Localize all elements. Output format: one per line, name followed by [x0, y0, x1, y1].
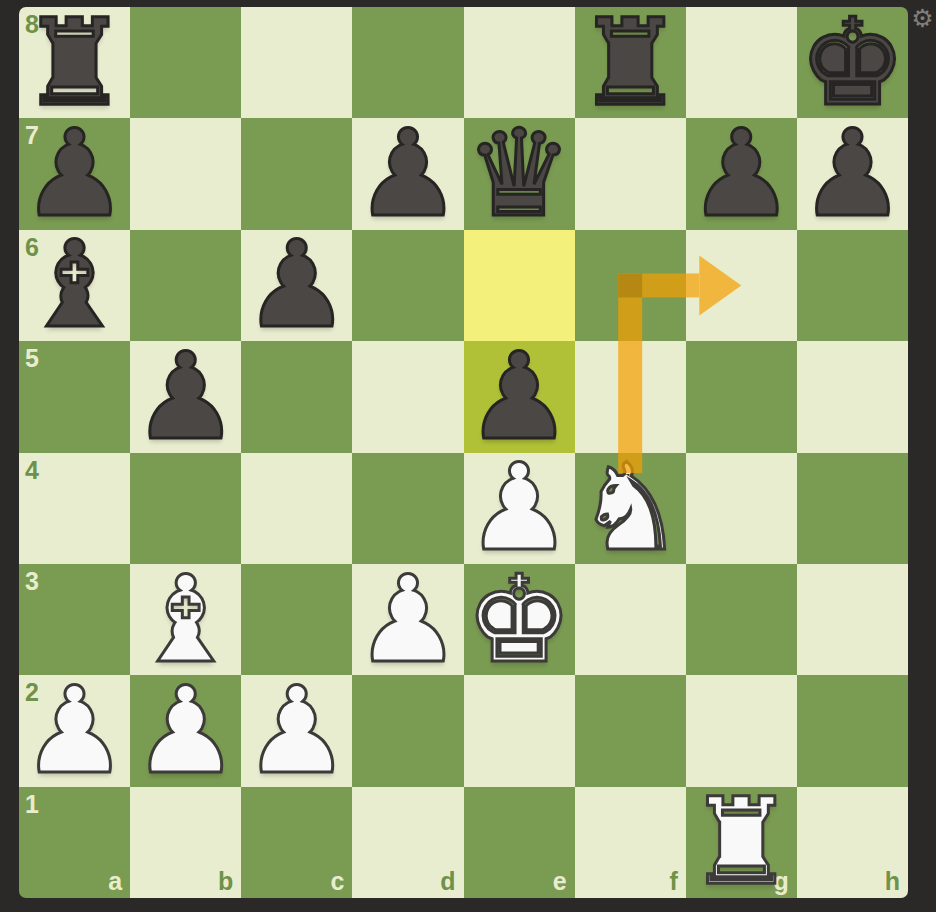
square-g1[interactable]: g♜ — [686, 787, 797, 898]
black-rook[interactable]: ♜ — [19, 7, 130, 118]
square-g4[interactable] — [686, 453, 797, 564]
file-label-h: h — [885, 867, 900, 896]
square-g7[interactable]: ♟ — [686, 118, 797, 229]
rank-label-6: 6 — [25, 233, 39, 262]
file-label-d: d — [440, 867, 455, 896]
square-f5[interactable] — [575, 341, 686, 452]
black-pawn[interactable]: ♟ — [797, 118, 908, 229]
rank-label-4: 4 — [25, 456, 39, 485]
square-f8[interactable]: ♜ — [575, 7, 686, 118]
square-h6[interactable] — [797, 230, 908, 341]
square-h8[interactable]: ♚ — [797, 7, 908, 118]
square-h5[interactable] — [797, 341, 908, 452]
square-c8[interactable] — [241, 7, 352, 118]
square-a5[interactable]: 5 — [19, 341, 130, 452]
white-king[interactable]: ♚ — [464, 564, 575, 675]
file-label-g: g — [774, 867, 789, 896]
chess-board[interactable]: 8♜♜♚7♟♟♛♟♟6♝♟5♟♟4♟♞3♝♟♚2♟♟♟1abcdefg♜h — [19, 7, 908, 898]
square-b1[interactable]: b — [130, 787, 241, 898]
square-e7[interactable]: ♛ — [464, 118, 575, 229]
square-e2[interactable] — [464, 675, 575, 786]
square-d8[interactable] — [352, 7, 463, 118]
black-pawn[interactable]: ♟ — [19, 118, 130, 229]
square-e1[interactable]: e — [464, 787, 575, 898]
square-d5[interactable] — [352, 341, 463, 452]
black-rook[interactable]: ♜ — [575, 7, 686, 118]
square-b2[interactable]: ♟ — [130, 675, 241, 786]
square-c1[interactable]: c — [241, 787, 352, 898]
square-a2[interactable]: 2♟ — [19, 675, 130, 786]
square-a6[interactable]: 6♝ — [19, 230, 130, 341]
white-pawn[interactable]: ♟ — [241, 675, 352, 786]
square-f3[interactable] — [575, 564, 686, 675]
square-f4[interactable]: ♞ — [575, 453, 686, 564]
square-c5[interactable] — [241, 341, 352, 452]
white-rook[interactable]: ♜ — [686, 787, 797, 898]
square-f1[interactable]: f — [575, 787, 686, 898]
square-e6[interactable] — [464, 230, 575, 341]
black-pawn[interactable]: ♟ — [130, 341, 241, 452]
square-h3[interactable] — [797, 564, 908, 675]
square-d3[interactable]: ♟ — [352, 564, 463, 675]
black-queen[interactable]: ♛ — [464, 118, 575, 229]
square-b6[interactable] — [130, 230, 241, 341]
square-b3[interactable]: ♝ — [130, 564, 241, 675]
square-f2[interactable] — [575, 675, 686, 786]
square-b5[interactable]: ♟ — [130, 341, 241, 452]
file-label-f: f — [669, 867, 677, 896]
white-pawn[interactable]: ♟ — [19, 675, 130, 786]
white-pawn[interactable]: ♟ — [352, 564, 463, 675]
square-b8[interactable] — [130, 7, 241, 118]
square-c2[interactable]: ♟ — [241, 675, 352, 786]
square-d2[interactable] — [352, 675, 463, 786]
square-h2[interactable] — [797, 675, 908, 786]
square-d1[interactable]: d — [352, 787, 463, 898]
square-c4[interactable] — [241, 453, 352, 564]
rank-label-5: 5 — [25, 344, 39, 373]
white-pawn[interactable]: ♟ — [464, 453, 575, 564]
square-g5[interactable] — [686, 341, 797, 452]
square-b7[interactable] — [130, 118, 241, 229]
black-pawn[interactable]: ♟ — [464, 341, 575, 452]
square-a7[interactable]: 7♟ — [19, 118, 130, 229]
square-e4[interactable]: ♟ — [464, 453, 575, 564]
square-h7[interactable]: ♟ — [797, 118, 908, 229]
square-e5[interactable]: ♟ — [464, 341, 575, 452]
black-king[interactable]: ♚ — [797, 7, 908, 118]
square-g6[interactable] — [686, 230, 797, 341]
file-label-e: e — [553, 867, 567, 896]
square-g3[interactable] — [686, 564, 797, 675]
square-f6[interactable] — [575, 230, 686, 341]
black-pawn[interactable]: ♟ — [241, 230, 352, 341]
black-bishop[interactable]: ♝ — [19, 230, 130, 341]
square-c6[interactable]: ♟ — [241, 230, 352, 341]
file-label-a: a — [108, 867, 122, 896]
rank-label-1: 1 — [25, 790, 39, 819]
square-g2[interactable] — [686, 675, 797, 786]
rank-label-7: 7 — [25, 121, 39, 150]
settings-gear-icon[interactable]: ⚙ — [909, 5, 936, 32]
square-g8[interactable] — [686, 7, 797, 118]
square-c7[interactable] — [241, 118, 352, 229]
square-h1[interactable]: h — [797, 787, 908, 898]
square-a3[interactable]: 3 — [19, 564, 130, 675]
square-b4[interactable] — [130, 453, 241, 564]
white-pawn[interactable]: ♟ — [130, 675, 241, 786]
square-c3[interactable] — [241, 564, 352, 675]
square-e8[interactable] — [464, 7, 575, 118]
black-pawn[interactable]: ♟ — [686, 118, 797, 229]
file-label-c: c — [330, 867, 344, 896]
white-bishop[interactable]: ♝ — [130, 564, 241, 675]
square-d7[interactable]: ♟ — [352, 118, 463, 229]
white-knight[interactable]: ♞ — [575, 453, 686, 564]
square-a8[interactable]: 8♜ — [19, 7, 130, 118]
square-a4[interactable]: 4 — [19, 453, 130, 564]
square-d6[interactable] — [352, 230, 463, 341]
page-background: 8♜♜♚7♟♟♛♟♟6♝♟5♟♟4♟♞3♝♟♚2♟♟♟1abcdefg♜h ⚙ — [0, 0, 936, 912]
file-label-b: b — [218, 867, 233, 896]
rank-label-8: 8 — [25, 10, 39, 39]
rank-label-3: 3 — [25, 567, 39, 596]
square-a1[interactable]: 1a — [19, 787, 130, 898]
square-h4[interactable] — [797, 453, 908, 564]
square-e3[interactable]: ♚ — [464, 564, 575, 675]
rank-label-2: 2 — [25, 678, 39, 707]
square-d4[interactable] — [352, 453, 463, 564]
square-f7[interactable] — [575, 118, 686, 229]
black-pawn[interactable]: ♟ — [352, 118, 463, 229]
